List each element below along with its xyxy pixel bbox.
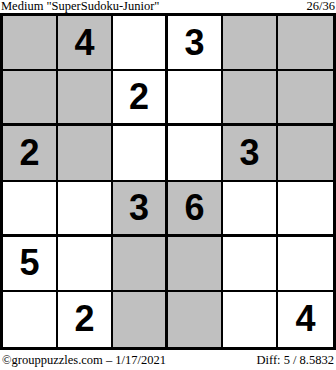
- cell-r1c2[interactable]: 4: [58, 16, 113, 71]
- cell-r1c4[interactable]: 3: [168, 16, 223, 71]
- cell-r6c6[interactable]: 4: [278, 292, 333, 347]
- cell-r6c1[interactable]: [3, 292, 58, 347]
- cell-r2c1[interactable]: [3, 71, 58, 126]
- cell-r4c3[interactable]: 3: [113, 182, 168, 237]
- cell-r6c5[interactable]: [223, 292, 278, 347]
- puzzle-footer: ©grouppuzzles.com – 1/17/2021 Diff: 5 / …: [0, 350, 336, 370]
- clue-counter: 26/36: [307, 0, 335, 13]
- cell-r3c1[interactable]: 2: [3, 126, 58, 181]
- cell-r5c2[interactable]: [58, 237, 113, 292]
- cell-r2c5[interactable]: [223, 71, 278, 126]
- cell-r3c4[interactable]: [168, 126, 223, 181]
- cell-r1c5[interactable]: [223, 16, 278, 71]
- cell-r1c1[interactable]: [3, 16, 58, 71]
- cell-r4c4[interactable]: 6: [168, 182, 223, 237]
- cell-r4c5[interactable]: [223, 182, 278, 237]
- cell-r5c4[interactable]: [168, 237, 223, 292]
- cell-r4c2[interactable]: [58, 182, 113, 237]
- copyright-text: ©grouppuzzles.com – 1/17/2021: [2, 353, 166, 368]
- difficulty-text: Diff: 5 / 8.5832: [256, 353, 334, 368]
- cell-r4c6[interactable]: [278, 182, 333, 237]
- sudoku-grid: 4322336524: [0, 13, 336, 350]
- cell-r4c1[interactable]: [3, 182, 58, 237]
- cell-r6c2[interactable]: 2: [58, 292, 113, 347]
- puzzle-page: Medium "SuperSudoku-Junior" 26/36 432233…: [0, 0, 336, 370]
- cell-r5c6[interactable]: [278, 237, 333, 292]
- cell-r2c4[interactable]: [168, 71, 223, 126]
- cell-r3c3[interactable]: [113, 126, 168, 181]
- cell-r5c5[interactable]: [223, 237, 278, 292]
- cell-r6c3[interactable]: [113, 292, 168, 347]
- cell-r6c4[interactable]: [168, 292, 223, 347]
- puzzle-header: Medium "SuperSudoku-Junior" 26/36: [0, 0, 336, 13]
- cell-r5c3[interactable]: [113, 237, 168, 292]
- cell-r1c6[interactable]: [278, 16, 333, 71]
- cell-r1c3[interactable]: [113, 16, 168, 71]
- cell-r2c3[interactable]: 2: [113, 71, 168, 126]
- cell-r3c6[interactable]: [278, 126, 333, 181]
- cell-r2c6[interactable]: [278, 71, 333, 126]
- cell-r5c1[interactable]: 5: [3, 237, 58, 292]
- puzzle-title: Medium "SuperSudoku-Junior": [1, 0, 159, 13]
- cell-r2c2[interactable]: [58, 71, 113, 126]
- cell-r3c5[interactable]: 3: [223, 126, 278, 181]
- cell-r3c2[interactable]: [58, 126, 113, 181]
